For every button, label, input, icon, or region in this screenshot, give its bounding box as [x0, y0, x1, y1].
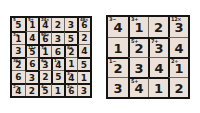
- cell-value: 2: [42, 71, 48, 82]
- cage-clue: 12×: [171, 17, 181, 22]
- cell-r4c1: 3: [108, 77, 128, 97]
- cell-r6c5: 2÷6: [64, 83, 77, 96]
- cell-r4c5: 1: [64, 57, 77, 70]
- cage-clue: 3−: [67, 72, 73, 76]
- cell-r4c1: 36×2: [12, 57, 25, 70]
- cell-value: 1: [81, 72, 87, 83]
- cell-value: 3: [29, 72, 35, 83]
- cell-r5c3: 2: [38, 70, 51, 83]
- cage-clue: 1−: [54, 59, 60, 63]
- cage-clue: 7+: [41, 46, 47, 50]
- cell-r1c5: 3: [64, 18, 77, 31]
- cell-value: 2: [81, 32, 87, 43]
- cell-r5c6: 1: [77, 70, 90, 83]
- cage-clue: 7+: [151, 39, 158, 44]
- cell-r4c3: 6×3: [38, 57, 51, 70]
- cell-r4c4: 1−4: [51, 57, 64, 70]
- cage-clue: 1−: [109, 59, 116, 64]
- cell-r5c1: 6: [12, 70, 25, 83]
- cell-r2c3: 90×6: [38, 31, 51, 44]
- cell-value: 5: [68, 33, 74, 44]
- cell-r2c5: 5: [64, 31, 77, 44]
- cage-clue: 2÷: [13, 85, 19, 89]
- cell-r6c3: 4−5: [38, 83, 51, 96]
- cell-r1c2: 5+1: [25, 18, 38, 31]
- cell-value: 2: [154, 19, 163, 34]
- cell-value: 1: [154, 80, 163, 95]
- cell-r2c2: 4: [25, 31, 38, 44]
- cell-r1c4: 2: [51, 18, 64, 31]
- cell-r4c2: 5+4: [128, 77, 148, 97]
- cage-clue: 5+: [131, 39, 138, 44]
- cell-r2c1: 3÷1: [12, 31, 25, 44]
- cell-r3c5: 8+2: [64, 44, 77, 57]
- cell-r4c3: 1: [148, 77, 168, 97]
- cell-value: 3: [134, 60, 143, 75]
- cell-r2c4: 4: [168, 37, 188, 57]
- cell-r3c2: 3: [128, 57, 148, 77]
- puzzle-page: 555+124×42348×63÷1490×6352311+57+168+243…: [0, 0, 200, 113]
- cell-r1c4: 12×3: [168, 17, 188, 37]
- kenken-board-4x4: 3−43+1212×315+27+341−2342÷135+412: [106, 15, 190, 99]
- cage-clue: 5+: [131, 79, 138, 84]
- cell-r3c3: 7+1: [38, 44, 51, 57]
- cell-r3c3: 4: [148, 57, 168, 77]
- cell-r1c3: 2: [148, 17, 168, 37]
- cell-r3c4: 2÷1: [168, 57, 188, 77]
- cage-clue: 5: [13, 18, 15, 22]
- cell-value: 3: [113, 80, 122, 95]
- cage-clue: 2÷: [171, 59, 178, 64]
- cage-clue: 36×: [13, 59, 21, 63]
- cage-clue: 3÷: [13, 33, 19, 37]
- cell-r6c1: 2÷4: [12, 83, 25, 96]
- cell-value: 4: [154, 60, 163, 75]
- cell-r2c3: 7+3: [148, 37, 168, 57]
- cage-clue: 3+: [131, 17, 138, 22]
- cage-clue: 24×: [41, 18, 49, 22]
- cell-r1c2: 3+1: [128, 17, 148, 37]
- cell-value: 6: [29, 58, 35, 69]
- cell-value: 1: [55, 85, 61, 96]
- cell-value: 3: [15, 45, 21, 56]
- cell-r5c4: 5: [51, 70, 64, 83]
- cell-value: 2: [29, 85, 35, 96]
- cell-r4c6: 5: [77, 57, 90, 70]
- cell-r1c1: 3−4: [108, 17, 128, 37]
- cage-clue: 4−: [41, 85, 47, 89]
- cell-r1c1: 55: [12, 18, 25, 31]
- cell-r2c4: 3: [51, 31, 64, 44]
- cell-r2c6: 2: [77, 31, 90, 44]
- cell-r5c2: 3: [25, 70, 38, 83]
- cell-value: 6: [15, 71, 21, 82]
- cell-value: 3: [55, 33, 61, 44]
- cell-value: 1: [113, 40, 122, 55]
- cell-value: 5: [15, 19, 21, 30]
- cell-r6c4: 1: [51, 83, 64, 96]
- cell-r3c1: 3: [12, 44, 25, 57]
- kenken-board-6x6: 555+124×42348×63÷1490×6352311+57+168+243…: [10, 16, 92, 98]
- cell-value: 5: [81, 59, 87, 70]
- cell-value: 2: [174, 80, 183, 95]
- cell-r2c2: 5+2: [128, 37, 148, 57]
- cell-r3c4: 6: [51, 44, 64, 57]
- cell-value: 2: [55, 19, 61, 30]
- cell-r1c6: 48×6: [77, 18, 90, 31]
- cage-clue: 5+: [28, 18, 34, 22]
- cell-value: 6: [55, 46, 61, 57]
- cage-clue: 2÷: [67, 85, 73, 89]
- cell-r3c1: 1−2: [108, 57, 128, 77]
- cage-clue: 90×: [41, 33, 49, 37]
- cell-r2c1: 1: [108, 37, 128, 57]
- cell-value: 1: [68, 58, 74, 69]
- cage-clue: 3−: [109, 17, 116, 22]
- cell-r3c2: 11+5: [25, 44, 38, 57]
- cage-clue: 11+: [28, 46, 36, 50]
- cage-clue: 6×: [41, 59, 47, 63]
- cell-value: 3: [68, 19, 74, 30]
- cage-clue: 48×: [80, 18, 88, 22]
- cell-r6c2: 2: [25, 83, 38, 96]
- cell-r1c3: 24×4: [38, 18, 51, 31]
- cell-r5c5: 3−4: [64, 70, 77, 83]
- cell-value: 5: [55, 71, 61, 82]
- cell-value: 3: [81, 85, 87, 96]
- cell-r3c6: 4: [77, 44, 90, 57]
- cell-value: 4: [81, 45, 87, 56]
- cell-r6c6: 3: [77, 83, 90, 96]
- cage-clue: 8+: [67, 46, 73, 50]
- cell-value: 4: [174, 40, 183, 55]
- cell-r4c4: 2: [168, 77, 188, 97]
- cell-r4c2: 6: [25, 57, 38, 70]
- cell-value: 4: [29, 32, 35, 43]
